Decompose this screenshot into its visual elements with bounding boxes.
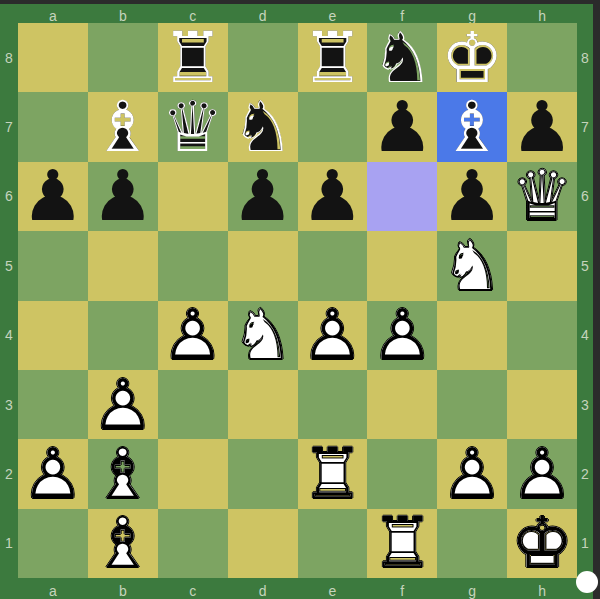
piece-white-pawn[interactable]: ♟♙ xyxy=(437,439,507,508)
square-b8[interactable] xyxy=(88,23,158,92)
square-f2[interactable] xyxy=(367,439,437,508)
piece-black-bishop[interactable]: ♝♗ xyxy=(88,92,158,161)
piece-white-pawn[interactable]: ♟♙ xyxy=(367,301,437,370)
square-g4[interactable] xyxy=(437,301,507,370)
file-labels-bottom: abcdefgh xyxy=(18,578,577,599)
square-f1[interactable]: ♜♖ xyxy=(367,509,437,578)
square-h6[interactable]: ♛♕ xyxy=(507,162,577,231)
piece-black-rook[interactable]: ♜♖ xyxy=(158,23,228,92)
square-b1[interactable]: ♝♗ xyxy=(88,509,158,578)
rank-label-1: 1 xyxy=(577,509,593,578)
knight-outline-glyph: ♘ xyxy=(231,300,294,370)
knight-glyph: ♞ xyxy=(441,231,504,301)
piece-black-bishop[interactable]: ♝♗ xyxy=(437,92,507,161)
file-label-b: b xyxy=(88,578,158,599)
square-c4[interactable]: ♟♙ xyxy=(158,301,228,370)
file-label-b: b xyxy=(88,8,158,23)
square-c5[interactable] xyxy=(158,231,228,300)
rook-glyph: ♜ xyxy=(301,23,364,93)
piece-white-king[interactable]: ♚♔ xyxy=(507,509,577,578)
piece-white-knight[interactable]: ♞♘ xyxy=(437,231,507,300)
file-label-g: g xyxy=(437,8,507,23)
rook-glyph: ♜ xyxy=(371,508,434,578)
square-a2[interactable]: ♟♙ xyxy=(18,439,88,508)
pawn-outline-glyph: ♙ xyxy=(441,439,504,509)
bishop-outline-glyph: ♗ xyxy=(91,439,154,509)
square-e8[interactable]: ♜♖ xyxy=(298,23,368,92)
square-f3[interactable] xyxy=(367,370,437,439)
square-h8[interactable] xyxy=(507,23,577,92)
rook-glyph: ♜ xyxy=(301,439,364,509)
rank-label-8: 8 xyxy=(0,23,18,92)
square-d7[interactable]: ♞♘ xyxy=(228,92,298,161)
piece-white-knight[interactable]: ♞♘ xyxy=(228,301,298,370)
piece-black-rook[interactable]: ♜♖ xyxy=(298,23,368,92)
piece-black-pawn[interactable]: ♟ xyxy=(298,162,368,231)
piece-black-pawn[interactable]: ♟ xyxy=(507,92,577,161)
chess-app-window: abcdefgh abcdefgh 87654321 87654321 ♜♖♜♖… xyxy=(0,0,600,599)
square-e2[interactable]: ♜♖ xyxy=(298,439,368,508)
square-b3[interactable]: ♟♙ xyxy=(88,370,158,439)
square-g3[interactable] xyxy=(437,370,507,439)
rook-outline-glyph: ♖ xyxy=(301,23,364,93)
rank-label-3: 3 xyxy=(577,370,593,439)
square-f6-target-square-highlight[interactable] xyxy=(367,162,437,231)
square-f4[interactable]: ♟♙ xyxy=(367,301,437,370)
piece-black-queen[interactable]: ♛♕ xyxy=(158,92,228,161)
rank-labels-left: 87654321 xyxy=(0,23,18,578)
square-h3[interactable] xyxy=(507,370,577,439)
pawn-outline-glyph: ♙ xyxy=(91,370,154,440)
pawn-glyph: ♟ xyxy=(441,161,504,231)
square-f8[interactable]: ♞♘ xyxy=(367,23,437,92)
pawn-glyph: ♟ xyxy=(371,92,434,162)
piece-white-pawn[interactable]: ♟♙ xyxy=(298,301,368,370)
king-outline-glyph: ♔ xyxy=(441,23,504,93)
knight-outline-glyph: ♘ xyxy=(231,92,294,162)
piece-black-pawn[interactable]: ♟ xyxy=(18,162,88,231)
rank-label-7: 7 xyxy=(577,92,593,161)
pawn-glyph: ♟ xyxy=(22,439,85,509)
square-b7[interactable]: ♝♗ xyxy=(88,92,158,161)
square-f7[interactable]: ♟ xyxy=(367,92,437,161)
square-e6[interactable]: ♟ xyxy=(298,162,368,231)
square-a8[interactable] xyxy=(18,23,88,92)
square-b6[interactable]: ♟ xyxy=(88,162,158,231)
square-h5[interactable] xyxy=(507,231,577,300)
file-label-a: a xyxy=(18,578,88,599)
knight-glyph: ♞ xyxy=(371,23,434,93)
square-d4[interactable]: ♞♘ xyxy=(228,301,298,370)
piece-white-pawn[interactable]: ♟♙ xyxy=(507,439,577,508)
pawn-glyph: ♟ xyxy=(91,370,154,440)
rook-glyph: ♜ xyxy=(161,23,224,93)
bishop-glyph: ♝ xyxy=(91,508,154,578)
bishop-outline-glyph: ♗ xyxy=(91,92,154,162)
square-c8[interactable]: ♜♖ xyxy=(158,23,228,92)
square-g5[interactable]: ♞♘ xyxy=(437,231,507,300)
rank-label-7: 7 xyxy=(0,92,18,161)
rook-outline-glyph: ♖ xyxy=(371,508,434,578)
queen-outline-glyph: ♕ xyxy=(511,161,574,231)
file-label-f: f xyxy=(367,578,437,599)
knight-outline-glyph: ♘ xyxy=(371,23,434,93)
square-c2[interactable] xyxy=(158,439,228,508)
file-label-f: f xyxy=(367,8,437,23)
piece-white-queen[interactable]: ♛♕ xyxy=(507,162,577,231)
queen-glyph: ♛ xyxy=(161,92,224,162)
pawn-glyph: ♟ xyxy=(91,161,154,231)
file-label-h: h xyxy=(507,8,577,23)
piece-black-knight[interactable]: ♞♘ xyxy=(228,92,298,161)
square-e3[interactable] xyxy=(298,370,368,439)
square-g1[interactable] xyxy=(437,509,507,578)
square-h7[interactable]: ♟ xyxy=(507,92,577,161)
square-a4[interactable] xyxy=(18,301,88,370)
piece-black-pawn[interactable]: ♟ xyxy=(88,162,158,231)
square-a6[interactable]: ♟ xyxy=(18,162,88,231)
rank-label-4: 4 xyxy=(0,301,18,370)
queen-glyph: ♛ xyxy=(511,161,574,231)
bishop-outline-glyph: ♗ xyxy=(441,92,504,162)
piece-black-pawn[interactable]: ♟ xyxy=(367,92,437,161)
rank-labels-right: 87654321 xyxy=(577,23,593,578)
rank-label-2: 2 xyxy=(577,439,593,508)
file-label-g: g xyxy=(437,578,507,599)
bishop-glyph: ♝ xyxy=(91,92,154,162)
piece-black-pawn[interactable]: ♟ xyxy=(228,162,298,231)
bishop-glyph: ♝ xyxy=(91,439,154,509)
rank-label-2: 2 xyxy=(0,439,18,508)
queen-outline-glyph: ♕ xyxy=(161,92,224,162)
pawn-outline-glyph: ♙ xyxy=(161,300,224,370)
pawn-outline-glyph: ♙ xyxy=(511,439,574,509)
pawn-glyph: ♟ xyxy=(301,300,364,370)
square-h4[interactable] xyxy=(507,301,577,370)
file-label-c: c xyxy=(158,578,228,599)
king-glyph: ♚ xyxy=(511,508,574,578)
piece-white-rook[interactable]: ♜♖ xyxy=(367,509,437,578)
file-label-c: c xyxy=(158,8,228,23)
chess-board: ♜♖♜♖♞♘♚♔♝♗♛♕♞♘♟♝♗♟♟♟♟♟♟♛♕♞♘♟♙♞♘♟♙♟♙♟♙♟♙♝… xyxy=(18,23,577,578)
pawn-glyph: ♟ xyxy=(231,161,294,231)
rank-label-4: 4 xyxy=(577,301,593,370)
file-label-e: e xyxy=(298,8,368,23)
pawn-outline-glyph: ♙ xyxy=(301,300,364,370)
rank-label-5: 5 xyxy=(577,231,593,300)
rank-label-1: 1 xyxy=(0,509,18,578)
piece-white-pawn[interactable]: ♟♙ xyxy=(18,439,88,508)
pawn-glyph: ♟ xyxy=(511,92,574,162)
square-g7-selected-square-highlight[interactable]: ♝♗ xyxy=(437,92,507,161)
square-c3[interactable] xyxy=(158,370,228,439)
white-to-move-indicator xyxy=(576,571,598,593)
pawn-glyph: ♟ xyxy=(161,300,224,370)
square-g6[interactable]: ♟ xyxy=(437,162,507,231)
square-e5[interactable] xyxy=(298,231,368,300)
knight-glyph: ♞ xyxy=(231,92,294,162)
square-a3[interactable] xyxy=(18,370,88,439)
piece-black-pawn[interactable]: ♟ xyxy=(437,162,507,231)
square-a1[interactable] xyxy=(18,509,88,578)
rook-outline-glyph: ♖ xyxy=(301,439,364,509)
pawn-outline-glyph: ♙ xyxy=(371,300,434,370)
pawn-outline-glyph: ♙ xyxy=(22,439,85,509)
square-d3[interactable] xyxy=(228,370,298,439)
rank-label-6: 6 xyxy=(0,162,18,231)
board-frame: abcdefgh abcdefgh 87654321 87654321 ♜♖♜♖… xyxy=(0,4,593,599)
square-d8[interactable] xyxy=(228,23,298,92)
pawn-glyph: ♟ xyxy=(441,439,504,509)
file-label-d: d xyxy=(228,578,298,599)
square-c1[interactable] xyxy=(158,509,228,578)
piece-black-knight[interactable]: ♞♘ xyxy=(367,23,437,92)
square-g2[interactable]: ♟♙ xyxy=(437,439,507,508)
square-c6[interactable] xyxy=(158,162,228,231)
piece-white-bishop[interactable]: ♝♗ xyxy=(88,509,158,578)
pawn-glyph: ♟ xyxy=(301,161,364,231)
file-label-h: h xyxy=(507,578,577,599)
square-d6[interactable]: ♟ xyxy=(228,162,298,231)
king-outline-glyph: ♔ xyxy=(511,508,574,578)
square-b2[interactable]: ♝♗ xyxy=(88,439,158,508)
rank-label-5: 5 xyxy=(0,231,18,300)
piece-white-rook[interactable]: ♜♖ xyxy=(298,439,368,508)
file-label-e: e xyxy=(298,578,368,599)
knight-outline-glyph: ♘ xyxy=(441,231,504,301)
rank-label-8: 8 xyxy=(577,23,593,92)
piece-white-pawn[interactable]: ♟♙ xyxy=(158,301,228,370)
square-d2[interactable] xyxy=(228,439,298,508)
square-e4[interactable]: ♟♙ xyxy=(298,301,368,370)
square-d1[interactable] xyxy=(228,509,298,578)
bishop-glyph: ♝ xyxy=(441,92,504,162)
piece-white-bishop[interactable]: ♝♗ xyxy=(88,439,158,508)
square-d5[interactable] xyxy=(228,231,298,300)
square-a7[interactable] xyxy=(18,92,88,161)
knight-glyph: ♞ xyxy=(231,300,294,370)
file-label-d: d xyxy=(228,8,298,23)
pawn-glyph: ♟ xyxy=(22,161,85,231)
square-h1[interactable]: ♚♔ xyxy=(507,509,577,578)
rook-outline-glyph: ♖ xyxy=(161,23,224,93)
rank-label-6: 6 xyxy=(577,162,593,231)
file-labels-top: abcdefgh xyxy=(18,8,577,23)
file-label-a: a xyxy=(18,8,88,23)
pawn-glyph: ♟ xyxy=(371,300,434,370)
square-c7[interactable]: ♛♕ xyxy=(158,92,228,161)
bishop-outline-glyph: ♗ xyxy=(91,508,154,578)
square-g8[interactable]: ♚♔ xyxy=(437,23,507,92)
piece-white-pawn[interactable]: ♟♙ xyxy=(88,370,158,439)
square-b5[interactable] xyxy=(88,231,158,300)
square-b4[interactable] xyxy=(88,301,158,370)
king-glyph: ♚ xyxy=(441,23,504,93)
pawn-glyph: ♟ xyxy=(511,439,574,509)
square-h2[interactable]: ♟♙ xyxy=(507,439,577,508)
square-e7[interactable] xyxy=(298,92,368,161)
piece-black-king[interactable]: ♚♔ xyxy=(437,23,507,92)
square-f5[interactable] xyxy=(367,231,437,300)
rank-label-3: 3 xyxy=(0,370,18,439)
square-e1[interactable] xyxy=(298,509,368,578)
square-a5[interactable] xyxy=(18,231,88,300)
